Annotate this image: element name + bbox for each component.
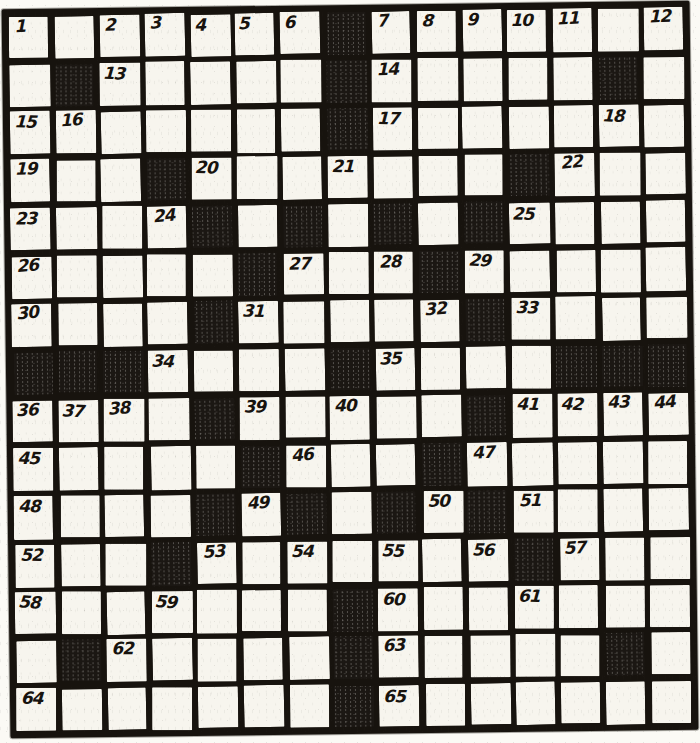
black-cell-r10-c6 [287,493,328,535]
cell-r12-c12[interactable] [559,585,598,628]
cell-r5-c8[interactable]: 28 [373,251,413,293]
cell-r12-c13[interactable] [606,586,645,629]
cell-r0-c0[interactable]: 1 [9,16,48,57]
clue-number-52: 52 [20,546,42,566]
cell-r11-c12[interactable]: 57 [560,538,600,581]
black-cell-r0-c7 [327,12,366,55]
cell-r5-c1[interactable] [57,255,98,298]
cell-r3-c4[interactable]: 20 [192,157,232,199]
cell-r12-c8[interactable]: 60 [378,588,418,631]
black-cell-r7-c12 [556,346,597,387]
cell-r0-c5[interactable]: 5 [235,13,275,56]
cell-r11-c0[interactable]: 52 [15,545,54,588]
scanned-crossword-page: 1234567891011121314151617181920212223242… [0,0,700,743]
cell-r7-c11[interactable] [512,346,551,389]
cell-r13-c8[interactable]: 63 [378,635,418,678]
cell-r0-c1[interactable] [55,15,95,58]
clue-number-42: 42 [560,394,583,415]
cell-r13-c14[interactable] [651,632,690,675]
clue-number-28: 28 [378,252,400,272]
cell-r12-c6[interactable] [288,590,327,632]
clue-number-60: 60 [381,589,403,609]
black-cell-r7-c1 [59,351,97,394]
cell-r5-c10[interactable]: 29 [465,250,504,293]
clue-number-50: 50 [427,492,449,512]
black-cell-r7-c7 [330,347,370,390]
cell-r10-c3[interactable] [150,495,191,538]
cell-r0-c9[interactable]: 8 [416,11,455,52]
cell-r12-c1[interactable] [61,591,100,634]
cell-r6-c14[interactable] [646,297,687,339]
cell-r12-c0[interactable]: 58 [15,592,56,634]
cell-r5-c3[interactable] [147,255,186,297]
clue-number-54: 54 [291,542,313,562]
clue-number-46: 46 [290,445,313,466]
clue-number-26: 26 [16,255,39,276]
cell-r9-c13[interactable] [602,442,643,485]
clue-number-63: 63 [382,635,405,656]
cell-r0-c11[interactable]: 10 [507,10,547,52]
cell-r0-c6[interactable]: 6 [280,11,321,54]
cell-r2-c1[interactable]: 16 [56,110,96,154]
cell-r8-c13[interactable]: 43 [603,392,643,436]
cell-r10-c0[interactable]: 48 [14,496,54,540]
cell-r5-c13[interactable] [601,249,641,292]
clue-number-4: 4 [194,16,205,36]
cell-r9-c2[interactable] [104,447,143,490]
cell-r9-c11[interactable] [512,442,553,486]
black-cell-r1-c7 [326,60,367,103]
cell-r13-c3[interactable] [152,638,193,681]
clue-number-65: 65 [383,687,405,707]
cell-r10-c13[interactable] [603,489,643,533]
cell-r6-c12[interactable] [555,296,595,340]
black-cell-r4-c8 [373,204,413,246]
cell-r0-c3[interactable]: 3 [145,13,186,57]
black-cell-r7-c0 [13,352,53,395]
cell-r14-c10[interactable] [471,683,512,725]
cell-r8-c6[interactable] [285,397,326,439]
clue-number-22: 22 [559,152,582,173]
cell-r8-c0[interactable]: 36 [13,401,53,443]
cell-r4-c7[interactable] [328,204,369,247]
cell-r3-c6[interactable] [282,156,322,199]
cell-r5-c12[interactable] [556,250,595,293]
cell-r1-c6[interactable] [281,59,322,102]
cell-r3-c2[interactable] [100,159,140,203]
cell-r3-c14[interactable] [645,153,686,194]
cell-r12-c5[interactable] [242,590,282,631]
cell-r13-c9[interactable] [425,636,464,678]
cell-r10-c14[interactable] [649,488,689,531]
cell-r10-c9[interactable]: 50 [423,491,463,534]
cell-r6-c9[interactable]: 32 [420,300,460,343]
black-cell-r7-c13 [601,345,642,386]
cell-r9-c14[interactable] [648,441,687,484]
clue-number-41: 41 [516,394,538,414]
cell-r13-c0[interactable] [16,640,56,683]
cell-r2-c9[interactable] [418,108,458,149]
clue-number-19: 19 [15,160,37,180]
cell-r9-c12[interactable] [558,442,598,484]
black-cell-r10-c4 [195,494,236,537]
clue-number-30: 30 [16,302,39,323]
cell-r9-c7[interactable] [331,444,371,488]
cell-r9-c6[interactable]: 46 [286,446,326,488]
clue-number-31: 31 [242,301,264,321]
clue-number-17: 17 [376,109,398,129]
cell-r2-c5[interactable] [237,108,276,152]
cell-r13-c5[interactable] [243,638,283,680]
cell-r4-c5[interactable] [238,205,277,248]
cell-r11-c6[interactable]: 54 [287,542,327,584]
clue-number-9: 9 [466,10,477,30]
black-cell-r12-c7 [333,588,374,631]
black-cell-r5-c5 [238,253,277,297]
cell-r4-c9[interactable] [418,203,459,246]
clue-number-37: 37 [61,401,84,422]
clue-number-25: 25 [512,204,534,224]
cell-r6-c7[interactable] [330,300,369,343]
cell-r14-c6[interactable] [290,684,330,727]
cell-r8-c11[interactable]: 41 [512,394,552,438]
cell-r3-c9[interactable] [419,156,458,197]
clue-number-45: 45 [17,448,39,468]
cell-r2-c8[interactable]: 17 [372,108,412,151]
cell-r4-c1[interactable] [55,207,96,249]
clue-number-55: 55 [380,541,402,561]
cell-r1-c9[interactable] [417,58,458,101]
cell-r11-c1[interactable] [61,544,101,587]
cell-r14-c2[interactable] [108,687,147,730]
clue-number-44: 44 [652,392,675,413]
black-cell-r13-c1 [61,640,101,682]
cell-r3-c7[interactable]: 21 [327,156,368,198]
cell-r6-c0[interactable]: 30 [11,303,52,347]
cell-r1-c0[interactable] [9,64,50,106]
cell-r14-c12[interactable] [561,682,601,724]
cell-r14-c8[interactable]: 65 [379,685,420,727]
cell-r5-c11[interactable] [510,250,551,292]
cell-r5-c4[interactable] [193,254,234,297]
clue-number-29: 29 [468,250,491,271]
cell-r2-c2[interactable] [100,111,141,154]
clue-number-61: 61 [517,586,539,606]
cell-r3-c12[interactable]: 22 [554,153,595,197]
cell-r6-c5[interactable]: 31 [238,300,279,343]
cell-r7-c4[interactable] [194,351,234,392]
cell-r2-c14[interactable] [644,105,685,148]
clue-number-38: 38 [107,398,130,419]
black-cell-r9-c5 [241,446,280,488]
cell-r3-c1[interactable] [57,160,96,201]
cell-r12-c14[interactable] [650,585,690,627]
clue-number-56: 56 [471,540,493,560]
black-cell-r7-c14 [648,344,688,387]
clue-number-1: 1 [14,16,26,36]
black-cell-r6-c10 [465,298,504,341]
cell-r9-c10[interactable]: 47 [466,442,507,486]
cell-r1-c11[interactable] [509,58,548,100]
clue-number-51: 51 [518,491,540,511]
cell-r14-c1[interactable] [62,689,103,731]
cell-r3-c0[interactable]: 19 [10,159,50,203]
cell-r4-c14[interactable] [646,200,685,243]
cell-r3-c8[interactable] [373,156,412,199]
cell-r10-c12[interactable] [558,489,599,532]
cell-r9-c3[interactable] [150,445,190,490]
cell-r2-c10[interactable] [462,106,503,149]
cell-r14-c11[interactable] [516,681,556,725]
clue-number-15: 15 [14,113,36,133]
black-cell-r4-c10 [464,202,503,245]
cell-r2-c12[interactable] [554,105,593,148]
cell-r1-c12[interactable] [553,57,593,100]
cell-r11-c9[interactable] [422,538,462,582]
cell-r8-c2[interactable]: 38 [104,399,145,442]
clue-number-40: 40 [334,396,356,416]
cell-r7-c9[interactable] [421,348,460,391]
clue-number-8: 8 [420,11,432,31]
cell-r10-c1[interactable] [60,495,99,538]
cell-r8-c14[interactable]: 44 [648,392,689,435]
cell-r12-c2[interactable] [107,591,146,635]
cell-r6-c13[interactable] [602,297,641,341]
cell-r2-c11[interactable] [509,106,549,148]
cell-r13-c2[interactable]: 62 [106,639,147,682]
cell-r12-c9[interactable] [424,587,463,630]
clue-number-21: 21 [331,157,353,177]
cell-r6-c2[interactable] [103,303,142,346]
cell-r0-c8[interactable]: 7 [372,11,411,54]
cell-r14-c13[interactable] [606,681,646,724]
cell-r7-c3[interactable]: 34 [148,350,189,392]
black-cell-r13-c7 [333,636,374,680]
cell-r2-c0[interactable]: 15 [10,111,51,155]
cell-r11-c10[interactable]: 56 [467,539,508,582]
black-cell-r2-c7 [326,108,368,151]
cell-r12-c10[interactable] [469,587,509,630]
clue-number-53: 53 [202,542,225,563]
black-cell-r13-c13 [606,632,645,676]
cell-r1-c3[interactable] [145,61,184,105]
clue-number-24: 24 [152,205,175,227]
clue-number-57: 57 [563,538,586,559]
clue-number-27: 27 [288,254,310,274]
clue-number-35: 35 [379,349,401,369]
black-cell-r10-c10 [467,490,507,533]
cell-r11-c5[interactable] [242,542,280,584]
cell-r8-c7[interactable]: 40 [330,395,371,440]
clue-number-32: 32 [423,299,446,320]
cell-r10-c5[interactable]: 49 [242,493,282,537]
cell-r5-c14[interactable] [645,247,685,292]
black-cell-r1-c1 [55,64,93,106]
cell-r9-c0[interactable]: 45 [13,447,54,490]
cell-r5-c7[interactable] [329,252,369,294]
black-cell-r7-c2 [103,350,144,392]
cell-r14-c0[interactable]: 64 [16,688,56,732]
clue-number-43: 43 [607,392,629,412]
clue-number-10: 10 [510,12,532,32]
clue-number-64: 64 [21,688,44,708]
cell-r2-c6[interactable] [281,108,321,152]
black-cell-r4-c4 [192,206,233,249]
cell-r8-c1[interactable]: 37 [58,400,98,442]
cell-r7-c8[interactable]: 35 [376,348,416,390]
cell-r14-c14[interactable] [652,681,691,723]
clue-number-6: 6 [284,13,295,33]
cell-r5-c2[interactable] [102,256,143,299]
cell-r11-c2[interactable] [105,544,146,586]
cell-r6-c3[interactable] [147,302,187,345]
cell-r11-c13[interactable] [605,537,645,580]
cell-r14-c4[interactable] [198,687,239,729]
clue-number-34: 34 [151,352,173,372]
cell-r9-c8[interactable] [376,444,416,486]
black-cell-r14-c7 [334,685,375,726]
cell-r10-c7[interactable] [332,492,372,535]
cell-r4-c2[interactable] [102,206,142,250]
black-cell-r11-c11 [515,538,554,581]
cell-r11-c7[interactable] [332,541,372,582]
cell-r3-c10[interactable] [465,155,503,197]
clue-number-49: 49 [247,493,270,514]
cell-r8-c5[interactable]: 39 [239,397,279,441]
cell-r14-c3[interactable] [152,687,192,730]
cell-r1-c10[interactable] [463,58,503,101]
black-cell-r1-c13 [599,57,638,100]
crossword-grid: 1234567891011121314151617181920212223242… [2,1,699,738]
cell-r4-c12[interactable] [555,202,594,245]
clue-number-36: 36 [16,400,39,420]
cell-r13-c12[interactable] [560,635,600,676]
black-cell-r6-c4 [194,301,234,344]
clue-number-33: 33 [516,298,538,318]
cell-r2-c3[interactable] [146,110,186,152]
cell-r13-c10[interactable] [470,635,510,678]
clue-number-11: 11 [556,9,578,29]
cell-r9-c1[interactable] [59,447,99,490]
cell-r1-c8[interactable]: 14 [371,59,411,102]
clue-number-58: 58 [18,593,41,614]
cell-r0-c13[interactable] [597,9,638,52]
cell-r8-c8[interactable] [376,396,417,439]
clue-number-20: 20 [195,158,217,178]
cell-r8-c9[interactable] [421,395,462,437]
cell-r8-c3[interactable] [148,398,189,441]
black-cell-r3-c11 [509,154,550,197]
clue-number-59: 59 [154,592,177,613]
cell-r6-c8[interactable] [375,299,415,342]
clue-number-3: 3 [149,13,161,33]
black-cell-r9-c9 [421,442,462,486]
clue-number-13: 13 [102,63,124,83]
cell-r0-c4[interactable]: 4 [190,14,230,56]
clue-number-48: 48 [18,497,40,517]
black-cell-r5-c9 [419,250,460,292]
cell-r14-c5[interactable] [243,685,284,728]
cell-r0-c10[interactable]: 9 [462,9,502,52]
clue-number-47: 47 [471,442,494,463]
cell-r0-c14[interactable]: 12 [643,7,683,51]
black-cell-r11-c3 [151,542,192,586]
cell-r10-c11[interactable]: 51 [513,491,553,533]
cell-r3-c5[interactable] [236,156,277,200]
cell-r0-c12[interactable]: 11 [553,8,593,52]
cell-r13-c4[interactable] [198,638,237,681]
cell-r4-c3[interactable]: 24 [147,205,187,248]
black-cell-r3-c3 [147,158,187,201]
cell-r11-c4[interactable]: 53 [197,543,236,585]
cell-r11-c14[interactable] [650,537,690,579]
cell-r13-c6[interactable] [289,637,329,681]
cell-r7-c10[interactable] [465,346,506,388]
cell-r12-c11[interactable]: 61 [515,586,554,629]
cell-r2-c13[interactable]: 18 [599,104,640,147]
black-cell-r10-c8 [376,491,416,533]
cell-r7-c5[interactable] [239,349,280,391]
cell-r12-c4[interactable] [197,589,237,633]
clue-number-5: 5 [238,14,249,34]
cell-r4-c13[interactable] [600,201,640,244]
cell-r3-c13[interactable] [599,152,640,195]
cell-r10-c2[interactable] [105,495,145,538]
cell-r1-c5[interactable] [236,61,276,104]
black-cell-r4-c6 [283,205,323,247]
cell-r2-c4[interactable] [191,110,231,152]
clue-number-14: 14 [376,60,398,80]
cell-r5-c0[interactable]: 26 [12,256,52,299]
cell-r1-c4[interactable] [190,61,231,105]
clue-number-7: 7 [376,11,388,31]
black-cell-r8-c10 [467,395,507,437]
black-cell-r8-c4 [194,399,235,440]
clue-number-39: 39 [243,397,265,417]
cell-r6-c11[interactable]: 33 [512,297,552,340]
clue-number-18: 18 [602,106,624,126]
cell-r12-c3[interactable]: 59 [151,591,192,634]
cell-r6-c1[interactable] [58,303,97,346]
cell-r6-c6[interactable] [283,302,324,344]
clue-number-16: 16 [59,110,82,131]
clue-number-2: 2 [104,16,115,36]
clue-number-12: 12 [648,7,670,27]
cell-r13-c11[interactable] [515,634,555,677]
clue-number-23: 23 [15,209,37,229]
cell-r1-c14[interactable] [643,57,684,100]
cell-r8-c12[interactable]: 42 [557,393,598,437]
clue-number-62: 62 [111,639,133,659]
cell-r1-c2[interactable]: 13 [99,62,140,106]
cell-r0-c2[interactable]: 2 [100,15,140,58]
cell-r4-c0[interactable]: 23 [10,207,51,250]
cell-r7-c6[interactable] [285,349,325,392]
cell-r9-c4[interactable] [196,446,235,489]
cell-r14-c9[interactable] [426,684,466,727]
cell-r11-c8[interactable]: 55 [378,540,418,582]
cell-r4-c11[interactable]: 25 [509,202,550,244]
cell-r5-c6[interactable]: 27 [283,253,324,295]
